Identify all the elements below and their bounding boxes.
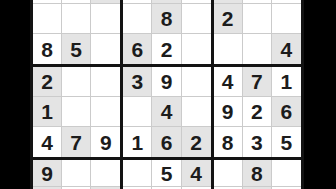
cell-r7c7[interactable] — [214, 160, 243, 187]
cell-r6c4[interactable]: 1 — [123, 127, 152, 157]
digit: 1 — [132, 132, 144, 153]
cell-r8c7[interactable] — [214, 187, 243, 189]
digit: 6 — [161, 132, 173, 153]
digit: 7 — [70, 132, 82, 153]
digit: 9 — [100, 132, 112, 153]
cell-r3c3[interactable] — [91, 34, 120, 64]
cell-r2c3[interactable] — [91, 4, 120, 34]
digit: 3 — [251, 132, 263, 153]
cell-r4c2[interactable] — [62, 67, 91, 97]
cell-r2c6[interactable] — [182, 4, 211, 34]
cell-r4c8[interactable]: 7 — [243, 67, 272, 97]
digit: 5 — [70, 39, 82, 60]
cell-r2c7[interactable]: 2 — [214, 4, 243, 34]
cell-r3c8[interactable] — [243, 34, 272, 64]
cell-r5c8[interactable]: 2 — [243, 97, 272, 127]
cell-r3c6[interactable] — [182, 34, 211, 64]
cell-r2c9[interactable] — [272, 4, 301, 34]
digit: 8 — [161, 8, 173, 29]
digit: 6 — [132, 39, 144, 60]
cell-r5c5[interactable]: 4 — [152, 97, 181, 127]
cell-r6c5[interactable]: 6 — [152, 127, 181, 157]
cell-r4c5[interactable]: 9 — [152, 67, 181, 97]
cell-r5c7[interactable]: 9 — [214, 97, 243, 127]
cell-r4c3[interactable] — [91, 67, 120, 97]
cell-r5c2[interactable] — [62, 97, 91, 127]
cell-r8c5[interactable] — [152, 187, 181, 189]
cell-r4c6[interactable] — [182, 67, 211, 97]
cell-r2c8[interactable] — [243, 4, 272, 34]
cell-r7c2[interactable] — [62, 160, 91, 187]
cell-r8c4[interactable] — [123, 187, 152, 189]
cell-r4c1[interactable]: 2 — [33, 67, 62, 97]
cell-r6c6[interactable]: 2 — [182, 127, 211, 157]
letterbox-left — [0, 0, 30, 189]
digit: 4 — [190, 163, 202, 184]
cell-r8c6[interactable] — [182, 187, 211, 189]
cell-r5c4[interactable] — [123, 97, 152, 127]
cell-r6c3[interactable]: 9 — [91, 127, 120, 157]
cell-r3c9[interactable]: 4 — [272, 34, 301, 64]
cell-r7c8[interactable]: 8 — [243, 160, 272, 187]
cell-r2c1[interactable] — [33, 4, 62, 34]
digit: 4 — [281, 39, 293, 60]
cell-r6c2[interactable]: 7 — [62, 127, 91, 157]
app-screen: 8285624239471149264791628359548 — [0, 0, 336, 189]
cell-r8c8[interactable] — [243, 187, 272, 189]
digit: 3 — [132, 71, 144, 92]
cell-r8c3[interactable] — [91, 187, 120, 189]
cell-r8c2[interactable] — [62, 187, 91, 189]
digit: 2 — [41, 71, 53, 92]
digit: 4 — [41, 132, 53, 153]
digit: 1 — [41, 101, 53, 122]
digit: 9 — [41, 163, 53, 184]
digit: 2 — [161, 39, 173, 60]
sudoku-board: 8285624239471149264791628359548 — [30, 0, 304, 189]
letterbox-right — [304, 0, 336, 189]
cell-r5c1[interactable]: 1 — [33, 97, 62, 127]
digit: 5 — [281, 132, 293, 153]
digit: 2 — [251, 101, 263, 122]
cell-r5c3[interactable] — [91, 97, 120, 127]
cell-r3c4[interactable]: 6 — [123, 34, 152, 64]
digit: 4 — [161, 101, 173, 122]
cell-r6c8[interactable]: 3 — [243, 127, 272, 157]
cell-r3c1[interactable]: 8 — [33, 34, 62, 64]
cell-r4c9[interactable]: 1 — [272, 67, 301, 97]
cell-r7c5[interactable]: 5 — [152, 160, 181, 187]
digit: 4 — [222, 71, 234, 92]
cell-r6c9[interactable]: 5 — [272, 127, 301, 157]
digit: 6 — [281, 101, 293, 122]
digit: 8 — [251, 163, 263, 184]
cell-r7c1[interactable]: 9 — [33, 160, 62, 187]
cell-r4c4[interactable]: 3 — [123, 67, 152, 97]
cell-r4c7[interactable]: 4 — [214, 67, 243, 97]
cell-r8c9[interactable] — [272, 187, 301, 189]
cell-r2c2[interactable] — [62, 4, 91, 34]
cell-r7c4[interactable] — [123, 160, 152, 187]
digit: 2 — [222, 8, 234, 29]
cell-r6c7[interactable]: 8 — [214, 127, 243, 157]
digit: 5 — [161, 163, 173, 184]
cell-r7c9[interactable] — [272, 160, 301, 187]
cell-r5c9[interactable]: 6 — [272, 97, 301, 127]
cell-r3c7[interactable] — [214, 34, 243, 64]
cell-r2c4[interactable] — [123, 4, 152, 34]
cell-r5c6[interactable] — [182, 97, 211, 127]
digit: 7 — [251, 71, 263, 92]
cell-r3c2[interactable]: 5 — [62, 34, 91, 64]
cell-r3c5[interactable]: 2 — [152, 34, 181, 64]
digit: 9 — [222, 101, 234, 122]
cell-r7c6[interactable]: 4 — [182, 160, 211, 187]
cell-r7c3[interactable] — [91, 160, 120, 187]
digit: 1 — [281, 71, 293, 92]
digit: 9 — [161, 71, 173, 92]
digit: 8 — [41, 39, 53, 60]
cell-r8c1[interactable] — [33, 187, 62, 189]
cell-r6c1[interactable]: 4 — [33, 127, 62, 157]
digit: 8 — [222, 132, 234, 153]
cell-r2c5[interactable]: 8 — [152, 4, 181, 34]
digit: 2 — [190, 132, 202, 153]
